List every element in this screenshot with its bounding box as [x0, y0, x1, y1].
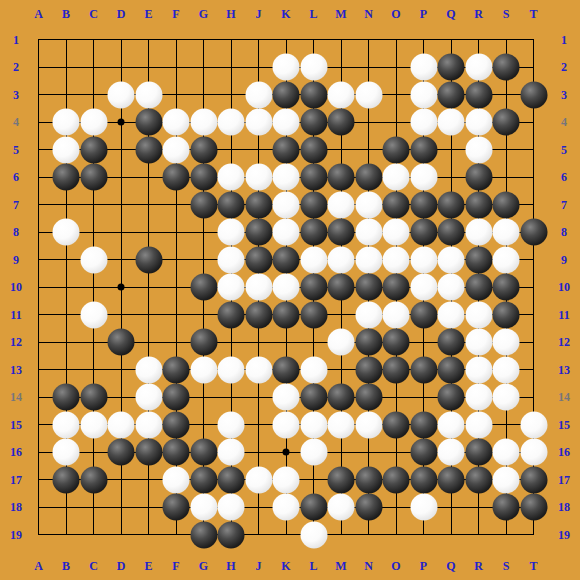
stone-black[interactable] — [163, 439, 190, 466]
column-label-top: F — [172, 8, 179, 20]
stone-black[interactable] — [328, 164, 355, 191]
stone-black[interactable] — [520, 466, 547, 493]
stone-white[interactable] — [218, 219, 245, 246]
column-label-top: A — [34, 8, 43, 20]
row-label-left: 19 — [10, 529, 22, 541]
stone-black[interactable] — [438, 384, 465, 411]
stone-black[interactable] — [438, 466, 465, 493]
stone-white[interactable] — [410, 109, 437, 136]
stone-black[interactable] — [218, 301, 245, 328]
row-label-right: 1 — [561, 34, 567, 46]
row-label-right: 13 — [558, 364, 570, 376]
stone-black[interactable] — [80, 164, 107, 191]
stone-white[interactable] — [80, 246, 107, 273]
stone-white[interactable] — [218, 494, 245, 521]
stone-black[interactable] — [438, 356, 465, 383]
stone-white[interactable] — [493, 356, 520, 383]
row-label-left: 2 — [13, 61, 19, 73]
stone-black[interactable] — [300, 301, 327, 328]
stone-white[interactable] — [328, 81, 355, 108]
stone-white[interactable] — [355, 219, 382, 246]
stone-black[interactable] — [300, 81, 327, 108]
column-label-bottom: N — [364, 560, 373, 572]
stone-white[interactable] — [218, 411, 245, 438]
stone-black[interactable] — [465, 466, 492, 493]
stone-black[interactable] — [355, 329, 382, 356]
stone-white[interactable] — [273, 164, 300, 191]
row-label-left: 13 — [10, 364, 22, 376]
stone-black[interactable] — [80, 136, 107, 163]
column-label-bottom: Q — [446, 560, 455, 572]
row-label-right: 4 — [561, 116, 567, 128]
column-label-top: R — [474, 8, 483, 20]
row-label-right: 10 — [558, 281, 570, 293]
column-label-top: E — [144, 8, 152, 20]
stone-black[interactable] — [328, 109, 355, 136]
stone-white[interactable] — [410, 494, 437, 521]
stone-black[interactable] — [465, 164, 492, 191]
stone-white[interactable] — [465, 301, 492, 328]
stone-white[interactable] — [53, 109, 80, 136]
stone-black[interactable] — [410, 301, 437, 328]
grid-line-horizontal — [38, 534, 534, 535]
stone-white[interactable] — [53, 439, 80, 466]
stone-black[interactable] — [300, 384, 327, 411]
stone-white[interactable] — [163, 466, 190, 493]
stone-black[interactable] — [355, 274, 382, 301]
stone-black[interactable] — [273, 136, 300, 163]
stone-white[interactable] — [245, 164, 272, 191]
row-label-left: 14 — [10, 391, 22, 403]
stone-white[interactable] — [108, 81, 135, 108]
row-label-left: 4 — [13, 116, 19, 128]
row-label-right: 15 — [558, 419, 570, 431]
stone-white[interactable] — [410, 274, 437, 301]
stone-white[interactable] — [493, 466, 520, 493]
stone-white[interactable] — [218, 356, 245, 383]
stone-white[interactable] — [218, 439, 245, 466]
stone-black[interactable] — [245, 246, 272, 273]
row-label-right: 3 — [561, 89, 567, 101]
stone-black[interactable] — [53, 164, 80, 191]
stone-black[interactable] — [80, 384, 107, 411]
stone-black[interactable] — [465, 439, 492, 466]
stone-white[interactable] — [355, 301, 382, 328]
stone-white[interactable] — [383, 164, 410, 191]
column-label-bottom: T — [529, 560, 537, 572]
stone-white[interactable] — [493, 219, 520, 246]
stone-white[interactable] — [273, 109, 300, 136]
stone-black[interactable] — [163, 384, 190, 411]
column-label-top: M — [335, 8, 346, 20]
stone-white[interactable] — [328, 411, 355, 438]
stone-black[interactable] — [493, 54, 520, 81]
column-label-bottom: J — [256, 560, 262, 572]
stone-black[interactable] — [273, 356, 300, 383]
row-label-left: 7 — [13, 199, 19, 211]
stone-white[interactable] — [383, 219, 410, 246]
stone-black[interactable] — [383, 274, 410, 301]
stone-white[interactable] — [80, 411, 107, 438]
stone-white[interactable] — [438, 301, 465, 328]
stone-black[interactable] — [135, 439, 162, 466]
stone-black[interactable] — [465, 274, 492, 301]
stone-black[interactable] — [135, 246, 162, 273]
stone-black[interactable] — [493, 274, 520, 301]
stone-black[interactable] — [135, 136, 162, 163]
row-label-left: 18 — [10, 501, 22, 513]
stone-white[interactable] — [218, 246, 245, 273]
stone-black[interactable] — [163, 411, 190, 438]
stone-black[interactable] — [328, 466, 355, 493]
row-label-left: 5 — [13, 144, 19, 156]
column-label-top: O — [391, 8, 400, 20]
row-label-left: 15 — [10, 419, 22, 431]
column-label-top: Q — [446, 8, 455, 20]
stone-white[interactable] — [493, 246, 520, 273]
stone-black[interactable] — [438, 54, 465, 81]
stone-white[interactable] — [493, 329, 520, 356]
stone-black[interactable] — [520, 219, 547, 246]
row-label-left: 12 — [10, 336, 22, 348]
stone-white[interactable] — [465, 136, 492, 163]
stone-white[interactable] — [383, 301, 410, 328]
row-label-right: 5 — [561, 144, 567, 156]
stone-white[interactable] — [273, 384, 300, 411]
stone-white[interactable] — [108, 411, 135, 438]
stone-white[interactable] — [328, 191, 355, 218]
column-label-bottom: K — [281, 560, 290, 572]
stone-white[interactable] — [135, 356, 162, 383]
stone-black[interactable] — [245, 301, 272, 328]
stone-white[interactable] — [300, 54, 327, 81]
row-label-right: 12 — [558, 336, 570, 348]
column-label-top: N — [364, 8, 373, 20]
stone-black[interactable] — [273, 301, 300, 328]
stone-white[interactable] — [218, 164, 245, 191]
stone-white[interactable] — [355, 81, 382, 108]
stone-black[interactable] — [273, 246, 300, 273]
stone-white[interactable] — [328, 246, 355, 273]
stone-black[interactable] — [438, 81, 465, 108]
stone-black[interactable] — [355, 466, 382, 493]
row-label-right: 17 — [558, 474, 570, 486]
stone-black[interactable] — [53, 384, 80, 411]
stone-white[interactable] — [273, 466, 300, 493]
stone-white[interactable] — [53, 219, 80, 246]
stone-white[interactable] — [80, 109, 107, 136]
stone-white[interactable] — [465, 54, 492, 81]
column-label-bottom: S — [503, 560, 510, 572]
stone-black[interactable] — [108, 329, 135, 356]
stone-white[interactable] — [245, 109, 272, 136]
stone-black[interactable] — [190, 164, 217, 191]
column-label-bottom: H — [226, 560, 235, 572]
column-label-top: L — [309, 8, 317, 20]
star-point — [118, 284, 125, 291]
stone-white[interactable] — [300, 356, 327, 383]
stone-white[interactable] — [438, 246, 465, 273]
stone-white[interactable] — [438, 439, 465, 466]
stone-black[interactable] — [163, 164, 190, 191]
column-label-bottom: P — [420, 560, 427, 572]
column-label-bottom: R — [474, 560, 483, 572]
stone-black[interactable] — [410, 191, 437, 218]
stone-white[interactable] — [163, 109, 190, 136]
stone-black[interactable] — [53, 466, 80, 493]
stone-white[interactable] — [218, 109, 245, 136]
go-board[interactable]: AABBCCDDEEFFGGHHJJKKLLMMNNOOPPQQRRSSTT11… — [0, 0, 580, 580]
stone-white[interactable] — [438, 411, 465, 438]
stone-white[interactable] — [273, 274, 300, 301]
stone-black[interactable] — [245, 219, 272, 246]
stone-black[interactable] — [190, 191, 217, 218]
column-label-top: H — [226, 8, 235, 20]
stone-white[interactable] — [245, 466, 272, 493]
row-label-right: 19 — [558, 529, 570, 541]
stone-white[interactable] — [355, 191, 382, 218]
column-label-bottom: O — [391, 560, 400, 572]
stone-black[interactable] — [300, 136, 327, 163]
stone-white[interactable] — [328, 329, 355, 356]
stone-black[interactable] — [328, 274, 355, 301]
stone-black[interactable] — [300, 274, 327, 301]
column-label-top: B — [62, 8, 70, 20]
stone-black[interactable] — [163, 494, 190, 521]
stone-white[interactable] — [328, 494, 355, 521]
stone-white[interactable] — [135, 384, 162, 411]
stone-black[interactable] — [465, 81, 492, 108]
stone-black[interactable] — [493, 191, 520, 218]
stone-white[interactable] — [300, 411, 327, 438]
stone-black[interactable] — [465, 246, 492, 273]
stone-white[interactable] — [355, 411, 382, 438]
row-label-right: 16 — [558, 446, 570, 458]
row-label-left: 11 — [10, 309, 21, 321]
stone-black[interactable] — [273, 81, 300, 108]
stone-black[interactable] — [493, 301, 520, 328]
stone-black[interactable] — [218, 521, 245, 548]
column-label-bottom: F — [172, 560, 179, 572]
row-label-left: 1 — [13, 34, 19, 46]
row-label-left: 16 — [10, 446, 22, 458]
stone-white[interactable] — [300, 246, 327, 273]
stone-white[interactable] — [80, 301, 107, 328]
stone-black[interactable] — [438, 329, 465, 356]
stone-black[interactable] — [80, 466, 107, 493]
column-label-bottom: E — [144, 560, 152, 572]
stone-black[interactable] — [190, 136, 217, 163]
row-label-right: 6 — [561, 171, 567, 183]
stone-white[interactable] — [438, 274, 465, 301]
row-label-right: 11 — [558, 309, 569, 321]
column-label-top: G — [199, 8, 208, 20]
stone-white[interactable] — [438, 109, 465, 136]
stone-black[interactable] — [190, 439, 217, 466]
column-label-top: K — [281, 8, 290, 20]
stone-black[interactable] — [520, 494, 547, 521]
stone-white[interactable] — [190, 109, 217, 136]
column-label-bottom: L — [309, 560, 317, 572]
stone-white[interactable] — [300, 521, 327, 548]
stone-white[interactable] — [273, 219, 300, 246]
stone-white[interactable] — [190, 356, 217, 383]
stone-black[interactable] — [135, 109, 162, 136]
stone-black[interactable] — [300, 219, 327, 246]
row-label-right: 9 — [561, 254, 567, 266]
stone-black[interactable] — [355, 384, 382, 411]
stone-white[interactable] — [163, 136, 190, 163]
stone-white[interactable] — [465, 356, 492, 383]
stone-black[interactable] — [190, 274, 217, 301]
stone-white[interactable] — [520, 439, 547, 466]
stone-black[interactable] — [355, 494, 382, 521]
stone-black[interactable] — [410, 439, 437, 466]
stone-white[interactable] — [273, 191, 300, 218]
stone-white[interactable] — [273, 411, 300, 438]
stone-black[interactable] — [245, 191, 272, 218]
stone-black[interactable] — [190, 329, 217, 356]
stone-white[interactable] — [135, 411, 162, 438]
stone-white[interactable] — [493, 384, 520, 411]
stone-black[interactable] — [328, 384, 355, 411]
row-label-right: 2 — [561, 61, 567, 73]
stone-white[interactable] — [465, 411, 492, 438]
stone-black[interactable] — [163, 356, 190, 383]
stone-black[interactable] — [300, 164, 327, 191]
stone-black[interactable] — [410, 466, 437, 493]
row-label-left: 17 — [10, 474, 22, 486]
column-label-bottom: M — [335, 560, 346, 572]
column-label-top: S — [503, 8, 510, 20]
row-label-right: 7 — [561, 199, 567, 211]
column-label-bottom: C — [89, 560, 98, 572]
stone-white[interactable] — [245, 356, 272, 383]
column-label-top: C — [89, 8, 98, 20]
stone-white[interactable] — [410, 246, 437, 273]
stone-white[interactable] — [410, 81, 437, 108]
stone-black[interactable] — [493, 109, 520, 136]
stone-white[interactable] — [218, 274, 245, 301]
stone-black[interactable] — [355, 356, 382, 383]
stone-black[interactable] — [383, 356, 410, 383]
stone-white[interactable] — [355, 246, 382, 273]
stone-white[interactable] — [273, 494, 300, 521]
column-label-bottom: G — [199, 560, 208, 572]
stone-white[interactable] — [190, 494, 217, 521]
stone-white[interactable] — [410, 54, 437, 81]
column-label-top: J — [256, 8, 262, 20]
stone-black[interactable] — [190, 466, 217, 493]
stone-white[interactable] — [383, 246, 410, 273]
stone-black[interactable] — [383, 329, 410, 356]
stone-white[interactable] — [465, 329, 492, 356]
stone-white[interactable] — [300, 439, 327, 466]
column-label-top: D — [117, 8, 126, 20]
stone-black[interactable] — [520, 81, 547, 108]
stone-black[interactable] — [465, 191, 492, 218]
stone-black[interactable] — [383, 136, 410, 163]
stone-black[interactable] — [410, 411, 437, 438]
stone-black[interactable] — [300, 191, 327, 218]
stone-black[interactable] — [355, 164, 382, 191]
star-point — [118, 119, 125, 126]
stone-black[interactable] — [438, 191, 465, 218]
stone-black[interactable] — [328, 219, 355, 246]
stone-black[interactable] — [218, 191, 245, 218]
stone-black[interactable] — [410, 136, 437, 163]
row-label-left: 3 — [13, 89, 19, 101]
stone-white[interactable] — [245, 81, 272, 108]
stone-black[interactable] — [218, 466, 245, 493]
stone-white[interactable] — [520, 411, 547, 438]
column-label-bottom: B — [62, 560, 70, 572]
stone-black[interactable] — [383, 191, 410, 218]
stone-black[interactable] — [410, 219, 437, 246]
column-label-bottom: A — [34, 560, 43, 572]
stone-white[interactable] — [465, 109, 492, 136]
stone-black[interactable] — [300, 109, 327, 136]
stone-white[interactable] — [410, 164, 437, 191]
row-label-right: 18 — [558, 501, 570, 513]
stone-black[interactable] — [410, 356, 437, 383]
stone-white[interactable] — [465, 219, 492, 246]
stone-black[interactable] — [108, 439, 135, 466]
stone-black[interactable] — [190, 521, 217, 548]
stone-white[interactable] — [53, 411, 80, 438]
column-label-top: T — [529, 8, 537, 20]
stone-black[interactable] — [383, 466, 410, 493]
stone-black[interactable] — [300, 494, 327, 521]
row-label-left: 9 — [13, 254, 19, 266]
row-label-left: 10 — [10, 281, 22, 293]
stone-white[interactable] — [273, 54, 300, 81]
stone-white[interactable] — [465, 384, 492, 411]
stone-white[interactable] — [493, 439, 520, 466]
column-label-bottom: D — [117, 560, 126, 572]
row-label-left: 8 — [13, 226, 19, 238]
row-label-right: 8 — [561, 226, 567, 238]
stone-white[interactable] — [245, 274, 272, 301]
stone-white[interactable] — [53, 136, 80, 163]
row-label-left: 6 — [13, 171, 19, 183]
column-label-top: P — [420, 8, 427, 20]
row-label-right: 14 — [558, 391, 570, 403]
stone-white[interactable] — [135, 81, 162, 108]
stone-black[interactable] — [383, 411, 410, 438]
stone-black[interactable] — [438, 219, 465, 246]
stone-black[interactable] — [493, 494, 520, 521]
star-point — [283, 449, 290, 456]
